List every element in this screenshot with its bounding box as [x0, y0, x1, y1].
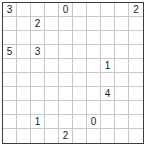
empty-cell-r9c1[interactable]	[3, 115, 17, 129]
empty-cell-r8c3[interactable]	[31, 101, 45, 115]
clue-cell-r7c8: 4	[101, 87, 115, 101]
empty-cell-r4c10[interactable]	[129, 45, 143, 59]
puzzle-grid: 30225314102	[3, 3, 143, 143]
empty-cell-r3c4[interactable]	[45, 31, 59, 45]
empty-cell-r4c6[interactable]	[73, 45, 87, 59]
empty-cell-r7c10[interactable]	[129, 87, 143, 101]
empty-cell-r5c4[interactable]	[45, 59, 59, 73]
empty-cell-r1c9[interactable]	[115, 3, 129, 17]
empty-cell-r7c1[interactable]	[3, 87, 17, 101]
empty-cell-r6c5[interactable]	[59, 73, 73, 87]
empty-cell-r8c6[interactable]	[73, 101, 87, 115]
clue-cell-r10c5: 2	[59, 129, 73, 143]
empty-cell-r2c7[interactable]	[87, 17, 101, 31]
empty-cell-r1c7[interactable]	[87, 3, 101, 17]
empty-cell-r6c1[interactable]	[3, 73, 17, 87]
empty-cell-r7c4[interactable]	[45, 87, 59, 101]
empty-cell-r10c1[interactable]	[3, 129, 17, 143]
clue-cell-r1c10: 2	[129, 3, 143, 17]
puzzle-board: 30225314102	[2, 2, 144, 144]
empty-cell-r3c9[interactable]	[115, 31, 129, 45]
empty-cell-r5c2[interactable]	[17, 59, 31, 73]
empty-cell-r5c3[interactable]	[31, 59, 45, 73]
empty-cell-r8c10[interactable]	[129, 101, 143, 115]
empty-cell-r10c6[interactable]	[73, 129, 87, 143]
empty-cell-r9c2[interactable]	[17, 115, 31, 129]
empty-cell-r3c7[interactable]	[87, 31, 101, 45]
empty-cell-r6c10[interactable]	[129, 73, 143, 87]
clue-cell-r4c1: 5	[3, 45, 17, 59]
empty-cell-r7c5[interactable]	[59, 87, 73, 101]
empty-cell-r2c10[interactable]	[129, 17, 143, 31]
empty-cell-r4c7[interactable]	[87, 45, 101, 59]
empty-cell-r10c8[interactable]	[101, 129, 115, 143]
empty-cell-r6c2[interactable]	[17, 73, 31, 87]
empty-cell-r4c9[interactable]	[115, 45, 129, 59]
clue-cell-r5c8: 1	[101, 59, 115, 73]
empty-cell-r5c9[interactable]	[115, 59, 129, 73]
empty-cell-r3c10[interactable]	[129, 31, 143, 45]
empty-cell-r7c6[interactable]	[73, 87, 87, 101]
empty-cell-r8c8[interactable]	[101, 101, 115, 115]
empty-cell-r9c6[interactable]	[73, 115, 87, 129]
empty-cell-r5c5[interactable]	[59, 59, 73, 73]
empty-cell-r6c3[interactable]	[31, 73, 45, 87]
clue-cell-r1c5: 0	[59, 3, 73, 17]
empty-cell-r10c9[interactable]	[115, 129, 129, 143]
empty-cell-r1c3[interactable]	[31, 3, 45, 17]
empty-cell-r7c9[interactable]	[115, 87, 129, 101]
empty-cell-r3c2[interactable]	[17, 31, 31, 45]
empty-cell-r1c2[interactable]	[17, 3, 31, 17]
empty-cell-r9c8[interactable]	[101, 115, 115, 129]
empty-cell-r9c5[interactable]	[59, 115, 73, 129]
clue-cell-r1c1: 3	[3, 3, 17, 17]
empty-cell-r4c2[interactable]	[17, 45, 31, 59]
empty-cell-r8c2[interactable]	[17, 101, 31, 115]
empty-cell-r2c2[interactable]	[17, 17, 31, 31]
empty-cell-r6c6[interactable]	[73, 73, 87, 87]
empty-cell-r8c7[interactable]	[87, 101, 101, 115]
clue-cell-r9c7: 0	[87, 115, 101, 129]
clue-cell-r2c3: 2	[31, 17, 45, 31]
empty-cell-r10c2[interactable]	[17, 129, 31, 143]
empty-cell-r5c1[interactable]	[3, 59, 17, 73]
clue-cell-r9c3: 1	[31, 115, 45, 129]
empty-cell-r6c9[interactable]	[115, 73, 129, 87]
empty-cell-r3c6[interactable]	[73, 31, 87, 45]
empty-cell-r8c5[interactable]	[59, 101, 73, 115]
empty-cell-r10c3[interactable]	[31, 129, 45, 143]
empty-cell-r2c4[interactable]	[45, 17, 59, 31]
empty-cell-r4c4[interactable]	[45, 45, 59, 59]
empty-cell-r10c7[interactable]	[87, 129, 101, 143]
empty-cell-r1c8[interactable]	[101, 3, 115, 17]
empty-cell-r5c7[interactable]	[87, 59, 101, 73]
empty-cell-r6c8[interactable]	[101, 73, 115, 87]
empty-cell-r10c10[interactable]	[129, 129, 143, 143]
empty-cell-r1c6[interactable]	[73, 3, 87, 17]
empty-cell-r9c9[interactable]	[115, 115, 129, 129]
empty-cell-r3c3[interactable]	[31, 31, 45, 45]
empty-cell-r2c8[interactable]	[101, 17, 115, 31]
empty-cell-r9c10[interactable]	[129, 115, 143, 129]
empty-cell-r9c4[interactable]	[45, 115, 59, 129]
clue-cell-r4c3: 3	[31, 45, 45, 59]
empty-cell-r2c1[interactable]	[3, 17, 17, 31]
empty-cell-r8c1[interactable]	[3, 101, 17, 115]
empty-cell-r7c2[interactable]	[17, 87, 31, 101]
empty-cell-r2c5[interactable]	[59, 17, 73, 31]
empty-cell-r3c5[interactable]	[59, 31, 73, 45]
empty-cell-r3c8[interactable]	[101, 31, 115, 45]
empty-cell-r8c9[interactable]	[115, 101, 129, 115]
empty-cell-r5c6[interactable]	[73, 59, 87, 73]
empty-cell-r4c5[interactable]	[59, 45, 73, 59]
empty-cell-r6c7[interactable]	[87, 73, 101, 87]
empty-cell-r6c4[interactable]	[45, 73, 59, 87]
empty-cell-r8c4[interactable]	[45, 101, 59, 115]
empty-cell-r7c3[interactable]	[31, 87, 45, 101]
empty-cell-r5c10[interactable]	[129, 59, 143, 73]
empty-cell-r10c4[interactable]	[45, 129, 59, 143]
empty-cell-r7c7[interactable]	[87, 87, 101, 101]
empty-cell-r2c6[interactable]	[73, 17, 87, 31]
empty-cell-r2c9[interactable]	[115, 17, 129, 31]
empty-cell-r3c1[interactable]	[3, 31, 17, 45]
empty-cell-r4c8[interactable]	[101, 45, 115, 59]
empty-cell-r1c4[interactable]	[45, 3, 59, 17]
